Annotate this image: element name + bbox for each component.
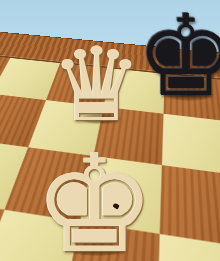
white-king: ♚ (34, 136, 156, 261)
black-king: ♚ (136, 0, 220, 112)
white-queen: ♛ (51, 34, 142, 136)
chess-photo: ♚♛♚ (0, 0, 220, 261)
